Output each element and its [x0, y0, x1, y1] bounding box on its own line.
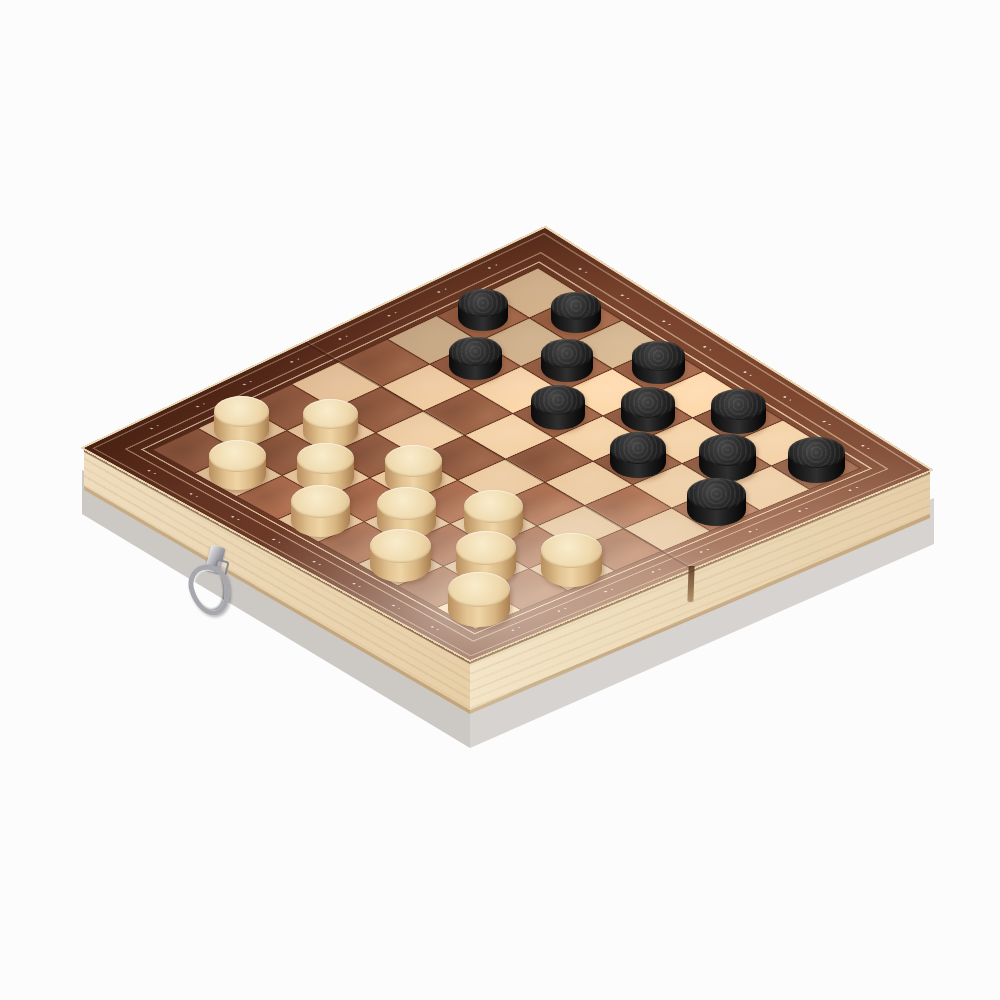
- frame-dot: [668, 323, 671, 325]
- frame-dot: [386, 315, 390, 317]
- frame-dot: [848, 489, 852, 491]
- frame-dot: [782, 396, 786, 398]
- frame-dot: [394, 312, 397, 314]
- frame-dot: [297, 359, 300, 360]
- frame-dot: [345, 336, 348, 337]
- frame-dot: [249, 381, 252, 382]
- frame-dot: [271, 538, 275, 540]
- frame-dot: [289, 361, 293, 363]
- frame-dot: [805, 508, 808, 509]
- frame-dot: [230, 516, 234, 518]
- frame-dot: [610, 589, 613, 590]
- frame-dot: [436, 291, 440, 293]
- frame-dot: [156, 425, 159, 426]
- frame-dot: [743, 371, 747, 373]
- frame-dot: [444, 289, 447, 291]
- frame-dot: [352, 583, 356, 585]
- frame-dot: [749, 374, 752, 375]
- frame-dot: [147, 470, 151, 472]
- frame-dot: [658, 569, 661, 570]
- frame-dot: [149, 428, 153, 430]
- clasp-ring-icon: [184, 559, 237, 620]
- product-photo-stage: [0, 0, 1000, 1000]
- frame-dot: [189, 493, 193, 495]
- frame-dot: [755, 529, 758, 530]
- frame-dot: [702, 346, 706, 348]
- frame-dot: [557, 610, 561, 612]
- frame-dot: [797, 510, 801, 512]
- frame-dot: [578, 268, 582, 270]
- frame-dot: [789, 399, 792, 400]
- frame-dot: [358, 586, 361, 587]
- frame-dot: [626, 298, 629, 300]
- frame-dot: [195, 496, 198, 497]
- frame-dot: [651, 571, 655, 573]
- frame-dot: [748, 531, 752, 533]
- frame-dot: [699, 551, 703, 553]
- frame-dot: [337, 338, 341, 340]
- frame-dot: [709, 349, 712, 350]
- frame-dot: [318, 564, 321, 565]
- frame-dot: [603, 591, 607, 593]
- frame-dot: [564, 608, 567, 609]
- frame-dot: [661, 320, 665, 322]
- frame-dot: [495, 264, 498, 266]
- frame-dot: [202, 403, 205, 404]
- frame-dot: [278, 541, 281, 542]
- frame-dot: [487, 267, 491, 269]
- frame-dot: [828, 424, 831, 425]
- frame-dot: [511, 629, 515, 631]
- fold-seam-notch: [687, 566, 694, 602]
- metal-clasp: [184, 542, 244, 630]
- frame-dot: [397, 607, 400, 608]
- frame-dot: [584, 271, 587, 273]
- frame-dot: [620, 294, 624, 296]
- frame-dot: [195, 406, 199, 408]
- frame-dot: [706, 549, 709, 550]
- frame-dot: [855, 487, 858, 488]
- frame-dot: [822, 420, 826, 422]
- frame-dot: [867, 448, 870, 449]
- frame-dot: [312, 561, 316, 563]
- frame-dot: [517, 627, 520, 628]
- frame-dot: [391, 604, 395, 606]
- frame-dot: [860, 445, 864, 447]
- frame-dot: [430, 626, 434, 628]
- frame-dot: [436, 629, 439, 630]
- frame-dot: [237, 519, 240, 520]
- frame-dot: [153, 473, 156, 474]
- frame-dot: [242, 384, 246, 386]
